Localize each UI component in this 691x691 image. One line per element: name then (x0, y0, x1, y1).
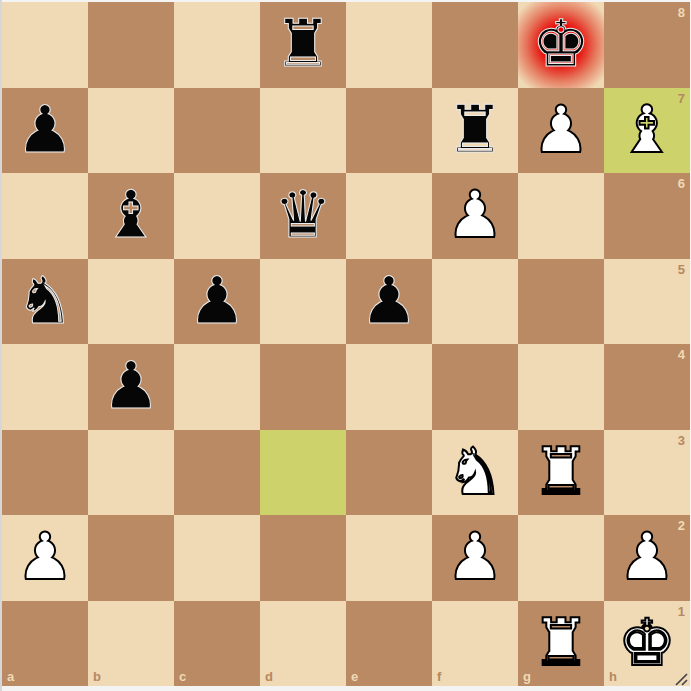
square-f3[interactable]: ♞ (432, 430, 518, 516)
file-label-d: d (265, 670, 273, 683)
square-e1[interactable]: e (346, 601, 432, 687)
square-b8[interactable] (88, 2, 174, 88)
square-f7[interactable]: ♜ (432, 88, 518, 174)
white-pawn-piece[interactable]: ♟ (618, 524, 676, 589)
square-d3[interactable] (260, 430, 346, 516)
square-c3[interactable] (174, 430, 260, 516)
file-label-c: c (179, 670, 186, 683)
rank-label-4: 4 (678, 348, 685, 361)
square-f4[interactable] (432, 344, 518, 430)
black-pawn-piece[interactable]: ♟ (102, 353, 160, 418)
rank-label-7: 7 (678, 92, 685, 105)
square-h5[interactable]: 5 (604, 259, 690, 345)
square-g2[interactable] (518, 515, 604, 601)
square-e8[interactable] (346, 2, 432, 88)
square-d8[interactable]: ♜ (260, 2, 346, 88)
white-rook-piece[interactable]: ♜ (532, 610, 590, 675)
square-a1[interactable]: a (2, 601, 88, 687)
white-king-piece[interactable]: ♚ (618, 610, 676, 675)
black-pawn-piece[interactable]: ♟ (16, 97, 74, 162)
square-h4[interactable]: 4 (604, 344, 690, 430)
black-queen-piece[interactable]: ♛ (274, 182, 332, 247)
square-g1[interactable]: ♜g (518, 601, 604, 687)
square-a2[interactable]: ♟ (2, 515, 88, 601)
square-c5[interactable]: ♟ (174, 259, 260, 345)
square-h6[interactable]: 6 (604, 173, 690, 259)
square-h8[interactable]: 8 (604, 2, 690, 88)
file-label-e: e (351, 670, 358, 683)
square-d7[interactable] (260, 88, 346, 174)
square-b4[interactable]: ♟ (88, 344, 174, 430)
white-rook-piece[interactable]: ♜ (532, 439, 590, 504)
rank-label-1: 1 (678, 605, 685, 618)
white-pawn-piece[interactable]: ♟ (446, 182, 504, 247)
square-h2[interactable]: ♟2 (604, 515, 690, 601)
square-b7[interactable] (88, 88, 174, 174)
white-knight-piece[interactable]: ♞ (446, 439, 504, 504)
square-b3[interactable] (88, 430, 174, 516)
file-label-g: g (523, 670, 531, 683)
square-g4[interactable] (518, 344, 604, 430)
square-e2[interactable] (346, 515, 432, 601)
square-e4[interactable] (346, 344, 432, 430)
black-knight-piece[interactable]: ♞ (16, 268, 74, 333)
square-g8[interactable]: ♚ (518, 2, 604, 88)
square-e3[interactable] (346, 430, 432, 516)
square-f2[interactable]: ♟ (432, 515, 518, 601)
square-d2[interactable] (260, 515, 346, 601)
square-d5[interactable] (260, 259, 346, 345)
file-label-b: b (93, 670, 101, 683)
square-f1[interactable]: f (432, 601, 518, 687)
square-b1[interactable]: b (88, 601, 174, 687)
square-b5[interactable] (88, 259, 174, 345)
square-c2[interactable] (174, 515, 260, 601)
black-rook-piece[interactable]: ♜ (446, 97, 504, 162)
square-g3[interactable]: ♜ (518, 430, 604, 516)
rank-label-6: 6 (678, 177, 685, 190)
square-h1[interactable]: ♚1h (604, 601, 690, 687)
square-e5[interactable]: ♟ (346, 259, 432, 345)
black-pawn-piece[interactable]: ♟ (188, 268, 246, 333)
square-f8[interactable] (432, 2, 518, 88)
white-bishop-piece[interactable]: ♝ (618, 97, 676, 162)
square-a8[interactable] (2, 2, 88, 88)
rank-label-8: 8 (678, 6, 685, 19)
square-g5[interactable] (518, 259, 604, 345)
file-label-a: a (7, 670, 14, 683)
white-pawn-piece[interactable]: ♟ (532, 97, 590, 162)
square-c8[interactable] (174, 2, 260, 88)
square-a7[interactable]: ♟ (2, 88, 88, 174)
file-label-f: f (437, 670, 441, 683)
square-h7[interactable]: ♝7 (604, 88, 690, 174)
square-a3[interactable] (2, 430, 88, 516)
white-pawn-piece[interactable]: ♟ (446, 524, 504, 589)
rank-label-2: 2 (678, 519, 685, 532)
square-c4[interactable] (174, 344, 260, 430)
square-a5[interactable]: ♞ (2, 259, 88, 345)
square-e7[interactable] (346, 88, 432, 174)
rank-label-3: 3 (678, 434, 685, 447)
square-d6[interactable]: ♛ (260, 173, 346, 259)
black-pawn-piece[interactable]: ♟ (360, 268, 418, 333)
white-pawn-piece[interactable]: ♟ (16, 524, 74, 589)
square-c6[interactable] (174, 173, 260, 259)
chess-board: ♜♚8♟♜♟♝7♝♛♟6♞♟♟5♟4♞♜3♟♟♟2abcdef♜g♚1h (2, 2, 690, 686)
square-a4[interactable] (2, 344, 88, 430)
square-c1[interactable]: c (174, 601, 260, 687)
square-g7[interactable]: ♟ (518, 88, 604, 174)
file-label-h: h (609, 670, 617, 683)
board-resize-handle-icon[interactable] (675, 671, 688, 684)
rank-label-5: 5 (678, 263, 685, 276)
square-h3[interactable]: 3 (604, 430, 690, 516)
square-d1[interactable]: d (260, 601, 346, 687)
square-f5[interactable] (432, 259, 518, 345)
square-g6[interactable] (518, 173, 604, 259)
black-rook-piece[interactable]: ♜ (274, 11, 332, 76)
square-a6[interactable] (2, 173, 88, 259)
black-king-piece[interactable]: ♚ (532, 11, 590, 76)
square-d4[interactable] (260, 344, 346, 430)
square-c7[interactable] (174, 88, 260, 174)
black-bishop-piece[interactable]: ♝ (102, 182, 160, 247)
square-b6[interactable]: ♝ (88, 173, 174, 259)
square-e6[interactable] (346, 173, 432, 259)
square-f6[interactable]: ♟ (432, 173, 518, 259)
square-b2[interactable] (88, 515, 174, 601)
page-background: ♜♚8♟♜♟♝7♝♛♟6♞♟♟5♟4♞♜3♟♟♟2abcdef♜g♚1h (0, 0, 691, 691)
